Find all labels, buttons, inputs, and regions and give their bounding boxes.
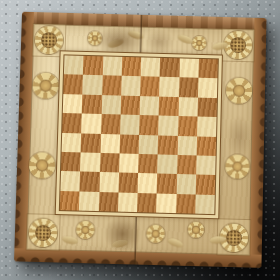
board-square	[102, 56, 122, 76]
board-square	[196, 136, 216, 156]
board-square	[101, 95, 121, 115]
board-square	[79, 191, 99, 211]
sunflower-carving-bottom-left	[29, 218, 58, 247]
board-square	[99, 172, 119, 192]
carved-flower	[226, 77, 252, 104]
board-square	[176, 174, 196, 194]
board-square	[178, 116, 198, 136]
board-square	[159, 96, 179, 116]
board-square	[179, 78, 199, 98]
board-square	[120, 115, 140, 135]
corner-block-bottom-left	[26, 214, 59, 250]
board-square	[138, 154, 158, 174]
board-square	[178, 97, 198, 117]
board-square	[157, 154, 177, 174]
board-square	[141, 57, 161, 77]
carved-flower	[32, 72, 59, 99]
carved-leaf	[177, 33, 194, 45]
board-square	[159, 77, 179, 97]
board-square	[139, 115, 159, 135]
carved-flower	[29, 152, 56, 179]
board-square	[195, 175, 215, 195]
board-square	[81, 133, 101, 153]
board-square	[176, 194, 196, 214]
board-square	[157, 174, 177, 194]
carved-flower	[146, 224, 165, 243]
board-square	[119, 134, 139, 154]
board-square	[197, 97, 217, 117]
board-margin	[55, 50, 223, 219]
board-square	[60, 191, 80, 211]
board-square	[177, 135, 197, 155]
board-square	[140, 96, 160, 116]
board-square	[81, 114, 101, 134]
board-square	[100, 153, 120, 173]
board-square	[158, 116, 178, 136]
board-square	[80, 172, 100, 192]
board-square	[82, 94, 102, 114]
board-square	[63, 94, 83, 114]
board-square	[102, 76, 122, 96]
board-square	[101, 114, 121, 134]
board-square	[63, 75, 83, 95]
board-square	[139, 134, 159, 154]
board-square	[121, 57, 141, 77]
board-square	[100, 133, 120, 153]
board-square	[118, 192, 138, 212]
board-square	[196, 155, 216, 175]
board-square	[137, 193, 157, 213]
board-square	[98, 192, 118, 212]
board-square	[138, 173, 158, 193]
board-square	[80, 152, 100, 172]
board-square	[64, 55, 84, 75]
board-square	[195, 194, 215, 214]
board-square	[62, 132, 82, 152]
sunflower-carving-top-right	[224, 31, 252, 59]
carved-flower	[76, 221, 95, 240]
wood-stain	[144, 29, 175, 55]
chess-box	[14, 12, 266, 268]
board-square	[179, 58, 199, 78]
board-square	[158, 135, 178, 155]
carved-flower	[188, 222, 204, 239]
carved-leaf	[61, 235, 78, 245]
board-square	[60, 171, 80, 191]
carved-leaf	[167, 237, 185, 249]
board-square	[118, 173, 138, 193]
board-square	[62, 113, 82, 133]
chess-board	[59, 54, 219, 215]
board-square	[121, 76, 141, 96]
board-square	[177, 155, 197, 175]
board-square	[119, 153, 139, 173]
board-square	[83, 75, 103, 95]
board-square	[61, 152, 81, 172]
board-square	[83, 56, 103, 76]
board-square	[197, 117, 217, 137]
board-square	[120, 95, 140, 115]
board-square	[156, 193, 176, 213]
board-square	[198, 59, 218, 79]
wood-stain	[226, 114, 253, 159]
carved-flower	[192, 36, 206, 50]
board-square	[160, 58, 180, 78]
board-square	[198, 78, 218, 98]
board-square	[140, 77, 160, 97]
